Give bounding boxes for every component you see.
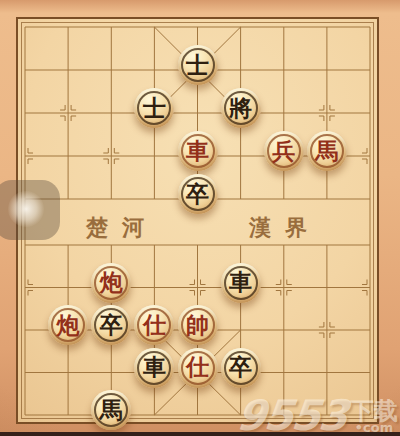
piece-glyph: 炮 [100, 270, 123, 293]
piece-black-soldier[interactable]: 卒 [91, 305, 131, 345]
piece-black-advisor[interactable]: 士 [134, 88, 174, 128]
piece-glyph: 卒 [186, 182, 209, 205]
piece-black-soldier[interactable]: 卒 [178, 174, 218, 214]
piece-glyph: 兵 [272, 139, 295, 162]
piece-glyph: 將 [229, 96, 252, 119]
piece-red-chariot[interactable]: 車 [178, 131, 218, 171]
piece-red-horse[interactable]: 馬 [307, 131, 347, 171]
piece-red-cannon[interactable]: 炮 [91, 263, 131, 303]
piece-glyph: 車 [186, 139, 209, 162]
piece-red-advisor[interactable]: 仕 [134, 305, 174, 345]
piece-glyph: 車 [229, 270, 252, 293]
piece-glyph: 仕 [143, 313, 166, 336]
piece-glyph: 馬 [315, 139, 338, 162]
piece-glyph: 士 [143, 96, 166, 119]
piece-glyph: 士 [186, 53, 209, 76]
piece-black-general[interactable]: 將 [221, 88, 261, 128]
xiangqi-screenshot: 楚河 漢界 士士將車兵馬卒炮車炮卒仕帥車仕卒馬 9553 下载 •com [0, 0, 400, 436]
piece-glyph: 帥 [186, 313, 209, 336]
piece-black-horse[interactable]: 馬 [91, 390, 131, 430]
pieces-layer: 士士將車兵馬卒炮車炮卒仕帥車仕卒馬 [0, 0, 400, 436]
piece-black-chariot[interactable]: 車 [221, 263, 261, 303]
piece-red-soldier[interactable]: 兵 [264, 131, 304, 171]
piece-red-cannon[interactable]: 炮 [48, 305, 88, 345]
piece-black-soldier[interactable]: 卒 [221, 348, 261, 388]
piece-glyph: 馬 [100, 398, 123, 421]
piece-black-advisor[interactable]: 士 [178, 45, 218, 85]
piece-black-chariot[interactable]: 車 [134, 348, 174, 388]
assistive-touch-icon [8, 191, 44, 227]
piece-red-general[interactable]: 帥 [178, 305, 218, 345]
assistive-touch-button[interactable] [0, 180, 60, 240]
bottom-border-bar [0, 432, 400, 436]
piece-glyph: 仕 [186, 355, 209, 378]
piece-red-advisor[interactable]: 仕 [178, 348, 218, 388]
piece-glyph: 車 [143, 355, 166, 378]
piece-glyph: 炮 [57, 313, 80, 336]
piece-glyph: 卒 [100, 313, 123, 336]
piece-glyph: 卒 [229, 355, 252, 378]
